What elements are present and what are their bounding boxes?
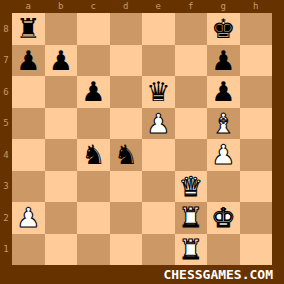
square-f1[interactable]: ♜ [175, 234, 208, 266]
square-c1[interactable] [77, 234, 110, 266]
square-e2[interactable] [142, 202, 175, 234]
square-a8[interactable]: ♜ [12, 13, 45, 45]
square-g7[interactable]: ♟ [207, 45, 240, 77]
rank-label-7: 7 [0, 45, 12, 77]
square-e1[interactable] [142, 234, 175, 266]
square-d2[interactable] [110, 202, 143, 234]
square-c5[interactable] [77, 108, 110, 140]
square-a2[interactable]: ♟ [12, 202, 45, 234]
rank-label-4: 4 [0, 139, 12, 171]
square-h7[interactable] [240, 45, 273, 77]
square-d8[interactable] [110, 13, 143, 45]
square-a5[interactable] [12, 108, 45, 140]
file-label-d: d [110, 0, 143, 13]
square-e4[interactable] [142, 139, 175, 171]
rank-label-3: 3 [0, 171, 12, 203]
square-c7[interactable] [77, 45, 110, 77]
square-g1[interactable] [207, 234, 240, 266]
file-label-h: h [240, 0, 273, 13]
white-queen-f3: ♛ [179, 173, 203, 200]
square-e5[interactable]: ♟ [142, 108, 175, 140]
square-a3[interactable] [12, 171, 45, 203]
square-h1[interactable] [240, 234, 273, 266]
file-label-a: a [12, 0, 45, 13]
square-g4[interactable]: ♟ [207, 139, 240, 171]
file-labels: abcdefgh [12, 0, 272, 13]
black-pawn-b7: ♟ [49, 47, 73, 74]
square-d6[interactable] [110, 76, 143, 108]
square-b8[interactable] [45, 13, 78, 45]
square-h2[interactable] [240, 202, 273, 234]
square-h6[interactable] [240, 76, 273, 108]
square-c4[interactable]: ♞ [77, 139, 110, 171]
site-credit: CHESSGAMES.COM [163, 267, 273, 282]
file-label-c: c [77, 0, 110, 13]
square-f7[interactable] [175, 45, 208, 77]
black-pawn-g7: ♟ [211, 47, 235, 74]
square-c2[interactable] [77, 202, 110, 234]
black-knight-d4: ♞ [114, 141, 138, 168]
square-b7[interactable]: ♟ [45, 45, 78, 77]
file-label-f: f [175, 0, 208, 13]
square-f2[interactable]: ♜ [175, 202, 208, 234]
square-b2[interactable] [45, 202, 78, 234]
square-g5[interactable]: ♝ [207, 108, 240, 140]
square-b6[interactable] [45, 76, 78, 108]
square-b4[interactable] [45, 139, 78, 171]
square-d5[interactable] [110, 108, 143, 140]
square-g2[interactable]: ♚ [207, 202, 240, 234]
square-h4[interactable] [240, 139, 273, 171]
square-b1[interactable] [45, 234, 78, 266]
black-pawn-c6: ♟ [81, 78, 105, 105]
black-knight-c4: ♞ [81, 141, 105, 168]
black-king-g8: ♚ [211, 15, 235, 42]
square-a4[interactable] [12, 139, 45, 171]
white-pawn-e5: ♟ [146, 110, 170, 137]
square-a7[interactable]: ♟ [12, 45, 45, 77]
square-b5[interactable] [45, 108, 78, 140]
square-a6[interactable] [12, 76, 45, 108]
square-d1[interactable] [110, 234, 143, 266]
square-f5[interactable] [175, 108, 208, 140]
square-d4[interactable]: ♞ [110, 139, 143, 171]
square-f8[interactable] [175, 13, 208, 45]
white-pawn-g4: ♟ [211, 141, 235, 168]
rank-label-5: 5 [0, 108, 12, 140]
square-d7[interactable] [110, 45, 143, 77]
square-c6[interactable]: ♟ [77, 76, 110, 108]
white-pawn-a2: ♟ [16, 204, 40, 231]
square-g8[interactable]: ♚ [207, 13, 240, 45]
square-d3[interactable] [110, 171, 143, 203]
rank-label-8: 8 [0, 13, 12, 45]
white-king-g2: ♚ [211, 204, 235, 231]
square-e7[interactable] [142, 45, 175, 77]
square-e8[interactable] [142, 13, 175, 45]
square-h5[interactable] [240, 108, 273, 140]
black-queen-e6: ♛ [146, 78, 170, 105]
black-rook-a8: ♜ [16, 15, 40, 42]
square-c3[interactable] [77, 171, 110, 203]
white-rook-f1: ♜ [179, 236, 203, 263]
square-f4[interactable] [175, 139, 208, 171]
square-a1[interactable] [12, 234, 45, 266]
square-e6[interactable]: ♛ [142, 76, 175, 108]
square-b3[interactable] [45, 171, 78, 203]
rank-label-6: 6 [0, 76, 12, 108]
square-g6[interactable]: ♟ [207, 76, 240, 108]
square-f3[interactable]: ♛ [175, 171, 208, 203]
rank-label-1: 1 [0, 234, 12, 266]
square-e3[interactable] [142, 171, 175, 203]
file-label-e: e [142, 0, 175, 13]
square-g3[interactable] [207, 171, 240, 203]
chess-diagram: abcdefgh 87654321 ♜♚♟♟♟♟♛♟♟♝♞♞♟♛♟♜♚♜ CHE… [0, 0, 284, 284]
square-h8[interactable] [240, 13, 273, 45]
square-f6[interactable] [175, 76, 208, 108]
square-c8[interactable] [77, 13, 110, 45]
black-pawn-a7: ♟ [16, 47, 40, 74]
white-rook-f2: ♜ [179, 204, 203, 231]
file-label-b: b [45, 0, 78, 13]
rank-labels: 87654321 [0, 13, 12, 265]
white-bishop-g5: ♝ [211, 110, 235, 137]
rank-label-2: 2 [0, 202, 12, 234]
file-label-g: g [207, 0, 240, 13]
black-pawn-g6: ♟ [211, 78, 235, 105]
square-h3[interactable] [240, 171, 273, 203]
chess-board: ♜♚♟♟♟♟♛♟♟♝♞♞♟♛♟♜♚♜ [12, 13, 272, 265]
